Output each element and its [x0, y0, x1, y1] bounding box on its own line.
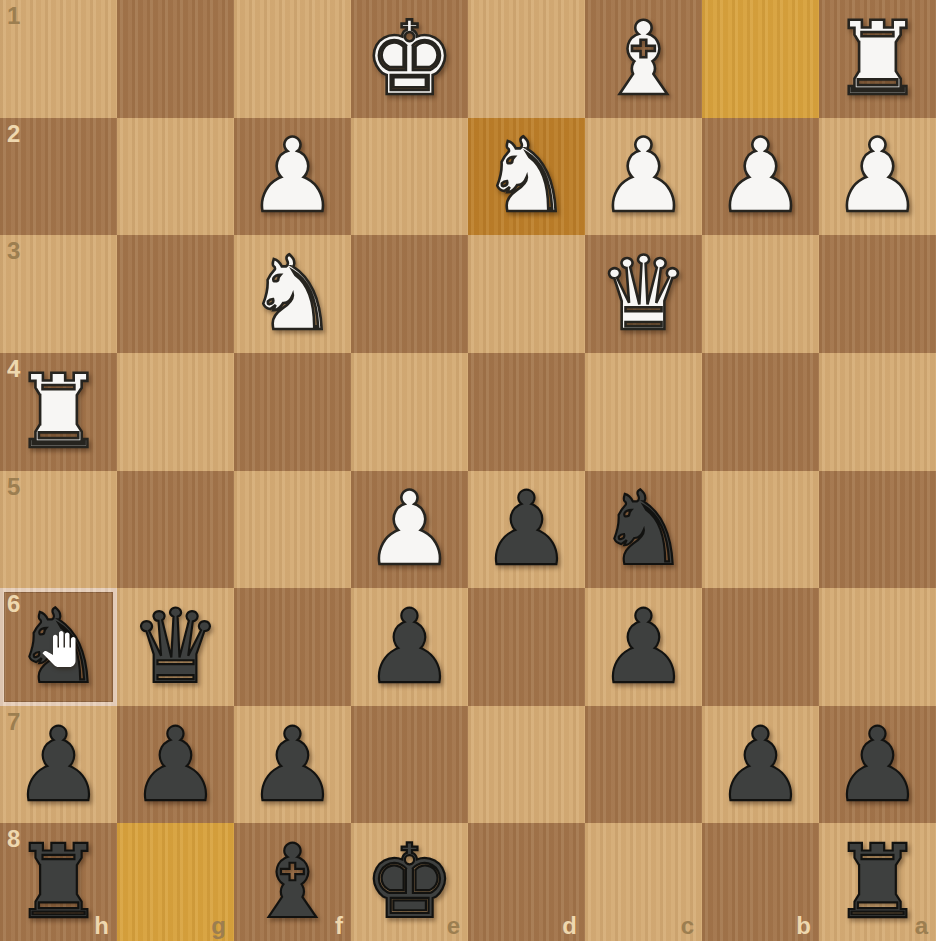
black-pawn[interactable]: ♟ [117, 706, 234, 824]
square-d4[interactable] [468, 353, 585, 471]
square-h7[interactable]: ♟7 [0, 706, 117, 824]
square-h3[interactable]: 3 [0, 235, 117, 353]
square-d1[interactable] [468, 0, 585, 118]
square-d7[interactable] [468, 706, 585, 824]
rank-label-3: 3 [7, 237, 20, 265]
square-f3[interactable]: ♞ [234, 235, 351, 353]
square-h4[interactable]: ♜4 [0, 353, 117, 471]
chess-app: 1♚♝♜2♟♞♟♟♟3♞♛♜45♟♟♞♞6♛♟♟♟7♟♟♟♟♜8hg♝f♚edc… [0, 0, 936, 941]
square-a4[interactable] [819, 353, 936, 471]
square-a3[interactable] [819, 235, 936, 353]
square-f6[interactable] [234, 588, 351, 706]
square-b6[interactable] [702, 588, 819, 706]
square-f4[interactable] [234, 353, 351, 471]
square-e4[interactable] [351, 353, 468, 471]
square-h8[interactable]: ♜8h [0, 823, 117, 941]
square-f5[interactable] [234, 471, 351, 589]
square-d8[interactable]: d [468, 823, 585, 941]
square-c8[interactable]: c [585, 823, 702, 941]
square-a5[interactable] [819, 471, 936, 589]
square-g4[interactable] [117, 353, 234, 471]
black-pawn[interactable]: ♟ [0, 706, 117, 824]
white-pawn[interactable]: ♟ [234, 118, 351, 236]
square-g2[interactable] [117, 118, 234, 236]
black-pawn[interactable]: ♟ [702, 706, 819, 824]
square-d6[interactable] [468, 588, 585, 706]
black-knight[interactable]: ♞ [585, 471, 702, 589]
square-g8[interactable]: g [117, 823, 234, 941]
white-pawn[interactable]: ♟ [702, 118, 819, 236]
square-h6[interactable]: ♞6 [0, 588, 117, 706]
square-a8[interactable]: ♜a [819, 823, 936, 941]
file-label-c: c [681, 912, 694, 940]
rank-label-5: 5 [7, 473, 20, 501]
square-a7[interactable]: ♟ [819, 706, 936, 824]
white-king[interactable]: ♚ [351, 0, 468, 118]
black-pawn[interactable]: ♟ [351, 588, 468, 706]
white-queen[interactable]: ♛ [585, 235, 702, 353]
square-g1[interactable] [117, 0, 234, 118]
rank-label-1: 1 [7, 2, 20, 30]
square-h5[interactable]: 5 [0, 471, 117, 589]
square-b2[interactable]: ♟ [702, 118, 819, 236]
black-rook[interactable]: ♜ [0, 823, 117, 941]
square-d2[interactable]: ♞ [468, 118, 585, 236]
white-bishop[interactable]: ♝ [585, 0, 702, 118]
square-e6[interactable]: ♟ [351, 588, 468, 706]
square-h1[interactable]: 1 [0, 0, 117, 118]
square-e1[interactable]: ♚ [351, 0, 468, 118]
square-a1[interactable]: ♜ [819, 0, 936, 118]
black-pawn[interactable]: ♟ [234, 706, 351, 824]
white-rook[interactable]: ♜ [819, 0, 936, 118]
black-king[interactable]: ♚ [351, 823, 468, 941]
square-e8[interactable]: ♚e [351, 823, 468, 941]
file-label-g: g [211, 912, 226, 940]
black-bishop[interactable]: ♝ [234, 823, 351, 941]
square-g7[interactable]: ♟ [117, 706, 234, 824]
white-knight[interactable]: ♞ [234, 235, 351, 353]
square-c7[interactable] [585, 706, 702, 824]
white-knight[interactable]: ♞ [468, 118, 585, 236]
white-pawn[interactable]: ♟ [585, 118, 702, 236]
square-c2[interactable]: ♟ [585, 118, 702, 236]
white-rook[interactable]: ♜ [0, 353, 117, 471]
square-g6[interactable]: ♛ [117, 588, 234, 706]
square-c6[interactable]: ♟ [585, 588, 702, 706]
white-pawn[interactable]: ♟ [351, 471, 468, 589]
square-b7[interactable]: ♟ [702, 706, 819, 824]
square-e3[interactable] [351, 235, 468, 353]
square-c5[interactable]: ♞ [585, 471, 702, 589]
square-d5[interactable]: ♟ [468, 471, 585, 589]
square-c1[interactable]: ♝ [585, 0, 702, 118]
black-knight[interactable]: ♞ [0, 588, 117, 706]
rank-label-2: 2 [7, 120, 20, 148]
square-f8[interactable]: ♝f [234, 823, 351, 941]
square-a6[interactable] [819, 588, 936, 706]
square-c3[interactable]: ♛ [585, 235, 702, 353]
black-pawn[interactable]: ♟ [585, 588, 702, 706]
square-b1[interactable] [702, 0, 819, 118]
square-f1[interactable] [234, 0, 351, 118]
black-pawn[interactable]: ♟ [468, 471, 585, 589]
square-g5[interactable] [117, 471, 234, 589]
square-b4[interactable] [702, 353, 819, 471]
square-h2[interactable]: 2 [0, 118, 117, 236]
square-d3[interactable] [468, 235, 585, 353]
chess-board: 1♚♝♜2♟♞♟♟♟3♞♛♜45♟♟♞♞6♛♟♟♟7♟♟♟♟♜8hg♝f♚edc… [0, 0, 936, 941]
black-pawn[interactable]: ♟ [819, 706, 936, 824]
black-queen[interactable]: ♛ [117, 588, 234, 706]
square-b5[interactable] [702, 471, 819, 589]
square-e5[interactable]: ♟ [351, 471, 468, 589]
square-e2[interactable] [351, 118, 468, 236]
square-f7[interactable]: ♟ [234, 706, 351, 824]
square-c4[interactable] [585, 353, 702, 471]
file-label-b: b [796, 912, 811, 940]
square-b3[interactable] [702, 235, 819, 353]
file-label-d: d [562, 912, 577, 940]
white-pawn[interactable]: ♟ [819, 118, 936, 236]
black-rook[interactable]: ♜ [819, 823, 936, 941]
square-e7[interactable] [351, 706, 468, 824]
square-a2[interactable]: ♟ [819, 118, 936, 236]
square-g3[interactable] [117, 235, 234, 353]
square-b8[interactable]: b [702, 823, 819, 941]
square-f2[interactable]: ♟ [234, 118, 351, 236]
